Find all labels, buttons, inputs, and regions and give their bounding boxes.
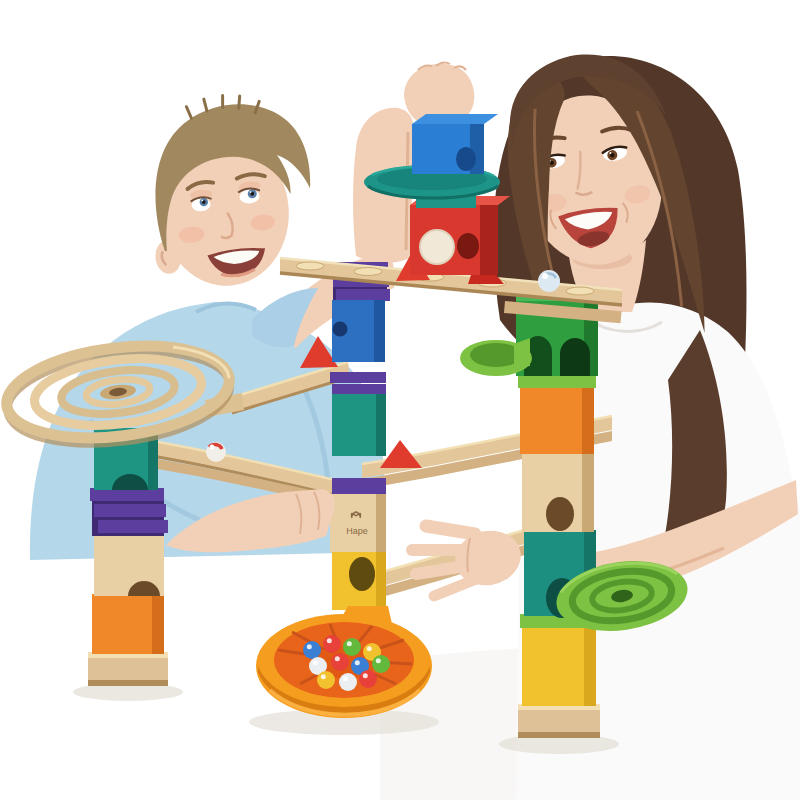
marble-shine [376,658,381,663]
purple-plate [330,372,386,383]
blue-cube-top [412,114,498,124]
marble-shine [210,445,215,450]
marble-shine [327,638,332,643]
bowl-marble [331,653,349,671]
base-bottom-edge [518,732,600,738]
purple-plate [98,520,168,533]
photo-scene: Hape [0,0,800,800]
block-side-shade [582,386,594,454]
marble-shine [335,656,340,661]
bowl-marble [359,670,377,688]
marble-shine [313,660,318,665]
finger [426,526,475,534]
marble-shine [343,676,348,681]
white-circle-inlay [420,230,454,264]
marble-shine [321,674,326,679]
block-side-shade [152,594,164,654]
marble-run-photo: Hape [0,0,800,800]
purple-plate [332,384,386,394]
bowl-marble [372,655,390,673]
hape-logo-text: Hape [346,526,368,536]
bowl-marble [317,671,335,689]
arch-hole [560,338,590,376]
block-side-shade [376,552,386,610]
cube-hole [456,147,476,171]
bowl-marble [343,638,361,656]
block-side-shade [374,300,385,362]
block-hole [546,497,574,531]
bowl-marble [303,641,321,659]
marble-shine [363,673,368,678]
marble-shine [347,641,352,646]
marble-shine [307,644,312,649]
block-side-shade [376,494,386,552]
purple-plate [336,289,390,301]
purple-cap [332,478,386,494]
marble-shine [542,273,548,279]
red-block-side [480,205,498,275]
marble-shine [367,646,372,651]
purple-plate [94,504,166,517]
block-side-shade [584,626,596,706]
green-plate [518,374,596,388]
base-bottom-edge [88,680,168,686]
orange-catch-bowl [256,614,432,718]
block-side-shade [582,452,594,532]
marble-shine [355,660,360,665]
bowl-marble [323,635,341,653]
block-hole [349,557,375,591]
finger [416,566,466,574]
bowl-marble [339,673,357,691]
block-hole [333,322,348,337]
block-side-shade [376,394,386,456]
block-hole [457,233,479,259]
